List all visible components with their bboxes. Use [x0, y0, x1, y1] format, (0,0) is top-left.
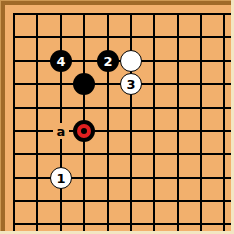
black-stone-move-2[interactable]: 2	[97, 50, 119, 72]
point-label-a[interactable]: a	[53, 123, 69, 139]
grid-line-horizontal	[13, 177, 231, 179]
grid-line-vertical	[177, 13, 179, 231]
grid-line-horizontal	[13, 200, 231, 202]
grid-line-horizontal	[13, 107, 231, 109]
grid-line-vertical	[13, 13, 15, 231]
board-face	[5, 5, 231, 231]
stone-move-number: 1	[56, 172, 65, 185]
grid-line-vertical	[223, 13, 225, 231]
grid-line-vertical	[36, 13, 38, 231]
white-stone[interactable]	[120, 50, 142, 72]
grid-line-vertical	[60, 13, 62, 231]
grid-line-horizontal	[13, 36, 231, 38]
grid-line-vertical	[130, 13, 132, 231]
black-stone-move-4[interactable]: 4	[50, 50, 72, 72]
grid-line-horizontal	[13, 130, 231, 132]
stone-move-number: 3	[126, 78, 135, 91]
grid-line-vertical	[200, 13, 202, 231]
circle-marker-icon	[77, 124, 91, 138]
go-board-diagram: 4231a	[0, 0, 234, 234]
grid-line-vertical	[153, 13, 155, 231]
white-stone-move-3[interactable]: 3	[120, 73, 142, 95]
grid-line-horizontal	[13, 13, 231, 15]
stone-move-number: 2	[103, 55, 112, 68]
black-stone-marked[interactable]	[73, 120, 95, 142]
grid-line-horizontal	[13, 223, 231, 225]
stone-move-number: 4	[56, 55, 65, 68]
grid-line-horizontal	[13, 153, 231, 155]
black-stone[interactable]	[73, 73, 95, 95]
grid-line-vertical	[107, 13, 109, 231]
white-stone-move-1[interactable]: 1	[50, 167, 72, 189]
